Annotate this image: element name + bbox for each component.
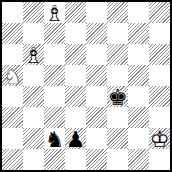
square-h1[interactable] xyxy=(149,149,170,170)
square-f6[interactable] xyxy=(107,44,128,65)
square-e4[interactable] xyxy=(86,86,107,107)
square-h2[interactable]: ♚♔ xyxy=(149,128,170,149)
square-d3[interactable] xyxy=(65,107,86,128)
square-g5[interactable] xyxy=(128,65,149,86)
square-e3[interactable] xyxy=(86,107,107,128)
square-c6[interactable] xyxy=(44,44,65,65)
square-e6[interactable] xyxy=(86,44,107,65)
square-c3[interactable] xyxy=(44,107,65,128)
square-a3[interactable] xyxy=(2,107,23,128)
king-glyph: ♚ xyxy=(107,86,128,107)
square-h4[interactable] xyxy=(149,86,170,107)
square-c5[interactable] xyxy=(44,65,65,86)
square-c2[interactable]: ♞ xyxy=(44,128,65,149)
square-f5[interactable] xyxy=(107,65,128,86)
square-g7[interactable] xyxy=(128,23,149,44)
square-f2[interactable] xyxy=(107,128,128,149)
piece-white-king-h2[interactable]: ♚♔ xyxy=(149,128,170,149)
square-a5[interactable]: ♞♘ xyxy=(2,65,23,86)
square-d8[interactable] xyxy=(65,2,86,23)
knight-glyph-outline: ♘ xyxy=(2,65,23,86)
square-c4[interactable] xyxy=(44,86,65,107)
square-f1[interactable] xyxy=(107,149,128,170)
square-a4[interactable] xyxy=(2,86,23,107)
bishop-glyph-outline: ♗ xyxy=(23,44,44,65)
piece-white-bishop-b6[interactable]: ♝♗ xyxy=(23,44,44,65)
square-g8[interactable] xyxy=(128,2,149,23)
square-d2[interactable]: ♟ xyxy=(65,128,86,149)
square-c7[interactable] xyxy=(44,23,65,44)
square-d1[interactable] xyxy=(65,149,86,170)
square-c1[interactable] xyxy=(44,149,65,170)
piece-white-bishop-c8[interactable]: ♝♗ xyxy=(44,2,65,23)
square-h6[interactable] xyxy=(149,44,170,65)
square-a7[interactable] xyxy=(2,23,23,44)
square-e1[interactable] xyxy=(86,149,107,170)
piece-black-king-f4[interactable]: ♚ xyxy=(107,86,128,107)
square-b4[interactable] xyxy=(23,86,44,107)
square-g4[interactable] xyxy=(128,86,149,107)
square-a2[interactable] xyxy=(2,128,23,149)
square-b7[interactable] xyxy=(23,23,44,44)
square-d5[interactable] xyxy=(65,65,86,86)
piece-white-knight-a5[interactable]: ♞♘ xyxy=(2,65,23,86)
square-b3[interactable] xyxy=(23,107,44,128)
square-b1[interactable] xyxy=(23,149,44,170)
square-b6[interactable]: ♝♗ xyxy=(23,44,44,65)
square-c8[interactable]: ♝♗ xyxy=(44,2,65,23)
knight-glyph: ♞ xyxy=(44,128,65,149)
square-b2[interactable] xyxy=(23,128,44,149)
square-e2[interactable] xyxy=(86,128,107,149)
pawn-glyph: ♟ xyxy=(65,128,86,149)
square-g1[interactable] xyxy=(128,149,149,170)
square-d6[interactable] xyxy=(65,44,86,65)
piece-black-knight-c2[interactable]: ♞ xyxy=(44,128,65,149)
square-f7[interactable] xyxy=(107,23,128,44)
square-h5[interactable] xyxy=(149,65,170,86)
piece-black-pawn-d2[interactable]: ♟ xyxy=(65,128,86,149)
square-h8[interactable] xyxy=(149,2,170,23)
chess-board: ♝♗♝♗♞♘♚♞♟♚♔ xyxy=(2,2,170,170)
square-g3[interactable] xyxy=(128,107,149,128)
square-g2[interactable] xyxy=(128,128,149,149)
square-a8[interactable] xyxy=(2,2,23,23)
square-e8[interactable] xyxy=(86,2,107,23)
bishop-glyph-outline: ♗ xyxy=(44,2,65,23)
square-a1[interactable] xyxy=(2,149,23,170)
king-glyph-outline: ♔ xyxy=(149,128,170,149)
square-e7[interactable] xyxy=(86,23,107,44)
chess-board-frame: ♝♗♝♗♞♘♚♞♟♚♔ xyxy=(0,0,172,172)
square-a6[interactable] xyxy=(2,44,23,65)
square-e5[interactable] xyxy=(86,65,107,86)
square-h7[interactable] xyxy=(149,23,170,44)
square-b5[interactable] xyxy=(23,65,44,86)
square-f4[interactable]: ♚ xyxy=(107,86,128,107)
square-d7[interactable] xyxy=(65,23,86,44)
square-b8[interactable] xyxy=(23,2,44,23)
square-f3[interactable] xyxy=(107,107,128,128)
square-d4[interactable] xyxy=(65,86,86,107)
square-g6[interactable] xyxy=(128,44,149,65)
square-f8[interactable] xyxy=(107,2,128,23)
square-h3[interactable] xyxy=(149,107,170,128)
